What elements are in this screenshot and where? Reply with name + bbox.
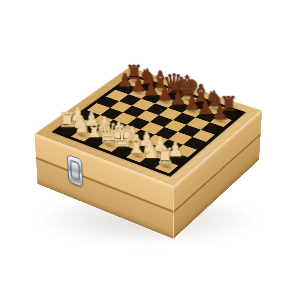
metal-clasp: [67, 154, 83, 188]
product-photo-scene: ♜♞♝♛♚♝♞♜♟♟♟♟♟♟♟♟♟♟♟♟♟♟♟♟♜♞♝♛♚♝♞♜: [0, 0, 300, 300]
metal-clasp-ring: [70, 159, 81, 182]
black-pawn-icon: ♟: [204, 103, 236, 122]
white-rook-icon: ♜: [148, 145, 182, 167]
